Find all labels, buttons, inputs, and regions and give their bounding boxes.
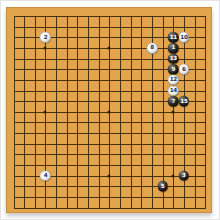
black-stone-move-1-Q16: 1 bbox=[168, 43, 179, 54]
move-number: 15 bbox=[180, 98, 187, 104]
white-stone-move-10-R17: 10 bbox=[179, 32, 190, 43]
move-number: 1 bbox=[171, 45, 175, 51]
move-number: 12 bbox=[170, 77, 177, 83]
move-number: 6 bbox=[182, 66, 186, 72]
move-number: 8 bbox=[150, 45, 154, 51]
white-stone-move-14-Q12: 14 bbox=[168, 85, 179, 96]
move-number: 13 bbox=[170, 56, 177, 62]
black-stone-move-15-R11: 15 bbox=[179, 96, 190, 107]
white-stone-move-2-D17: 2 bbox=[40, 32, 51, 43]
move-number: 2 bbox=[44, 35, 48, 41]
black-stone-move-7-Q11: 7 bbox=[168, 96, 179, 107]
stones-layer: 123456789101112131415 bbox=[14, 16, 206, 208]
black-stone-move-13-Q15: 13 bbox=[168, 53, 179, 64]
black-stone-move-3-R4: 3 bbox=[179, 170, 190, 181]
white-stone-move-6-R14: 6 bbox=[179, 64, 190, 75]
go-diagram-screenshot: 123456789101112131415 bbox=[0, 0, 220, 220]
black-stone-move-9-Q14: 9 bbox=[168, 64, 179, 75]
move-number: 14 bbox=[170, 88, 177, 94]
move-number: 10 bbox=[180, 35, 187, 41]
move-number: 4 bbox=[44, 173, 48, 179]
black-stone-move-5-P3: 5 bbox=[157, 181, 168, 192]
move-number: 7 bbox=[171, 98, 175, 104]
move-number: 3 bbox=[182, 173, 186, 179]
white-stone-move-8-O16: 8 bbox=[147, 43, 158, 54]
white-stone-move-4-D4: 4 bbox=[40, 170, 51, 181]
move-number: 5 bbox=[161, 184, 165, 190]
go-board[interactable]: 123456789101112131415 bbox=[6, 7, 212, 213]
black-stone-move-11-Q17: 11 bbox=[168, 32, 179, 43]
white-stone-move-12-Q13: 12 bbox=[168, 75, 179, 86]
move-number: 11 bbox=[170, 35, 177, 41]
move-number: 9 bbox=[171, 66, 175, 72]
